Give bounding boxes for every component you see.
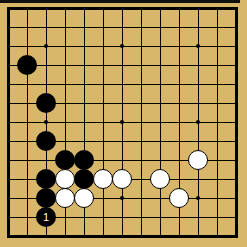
star-point (196, 44, 200, 48)
white-stone (188, 150, 208, 170)
move-number-label: 1 (43, 212, 49, 223)
white-stone (169, 188, 189, 208)
go-diagram: 1 (0, 0, 247, 247)
white-stone (55, 188, 75, 208)
white-stone (93, 169, 113, 189)
star-point (120, 196, 124, 200)
black-stone (55, 150, 75, 170)
grid-line-vertical (141, 8, 142, 236)
grid-line-vertical (160, 8, 161, 236)
star-point (44, 44, 48, 48)
black-stone (36, 169, 56, 189)
white-stone (74, 188, 94, 208)
white-stone (150, 169, 170, 189)
black-stone (74, 169, 94, 189)
star-point (44, 120, 48, 124)
black-stone (36, 131, 56, 151)
star-point (196, 120, 200, 124)
go-board: 1 (0, 0, 247, 247)
star-point (120, 120, 124, 124)
black-stone (36, 93, 56, 113)
white-stone (112, 169, 132, 189)
star-point (196, 196, 200, 200)
black-stone (17, 55, 37, 75)
grid-line-vertical (217, 8, 218, 236)
star-point (120, 44, 124, 48)
white-stone (55, 169, 75, 189)
black-stone (74, 150, 94, 170)
black-stone (36, 188, 56, 208)
black-stone: 1 (36, 207, 56, 227)
